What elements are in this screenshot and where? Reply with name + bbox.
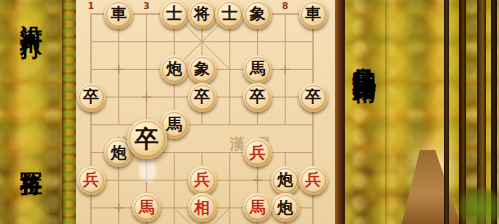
piece-red-pawn[interactable]: 兵 (188, 166, 217, 195)
piece-character: 車 (111, 6, 127, 22)
piece-black-cannon[interactable]: 炮 (271, 193, 300, 222)
piece-character: 車 (305, 6, 321, 22)
piece-character: 卒 (83, 89, 99, 105)
piece-character: 兵 (305, 172, 321, 188)
piece-character: 馬 (166, 117, 182, 133)
right-banner-text: 常见江湖骗招精 (350, 49, 381, 63)
piece-character: 兵 (83, 172, 99, 188)
piece-character: 象 (194, 61, 210, 77)
piece-black-cannon[interactable]: 炮 (160, 55, 189, 84)
piece-black-horse[interactable]: 馬 (243, 55, 272, 84)
piece-character: 象 (250, 6, 266, 22)
piece-black-king[interactable]: 将 (188, 0, 217, 29)
piece-black-pawn[interactable]: 卒 (299, 83, 328, 112)
piece-character: 炮 (166, 61, 182, 77)
piece-character: 炮 (111, 145, 127, 161)
piece-red-pawn[interactable]: 兵 (299, 166, 328, 195)
board-right-frame (335, 0, 345, 224)
move-ghost-marker (139, 156, 156, 182)
right-banner: 常见江湖骗招精 (345, 0, 385, 224)
piece-black-pawn[interactable]: 卒 (188, 83, 217, 112)
piece-character: 士 (222, 6, 238, 22)
piece-character: 炮 (277, 172, 293, 188)
piece-character: 兵 (194, 172, 210, 188)
tree-trunk (459, 0, 466, 224)
piece-character: 馬 (250, 200, 266, 216)
piece-black-cannon[interactable]: 炮 (271, 166, 300, 195)
piece-character: 卒 (194, 89, 210, 105)
xiangqi-board[interactable]: 楚河漢界 138 車士将士象車炮象馬卒卒卒卒馬卒炮炮炮兵兵兵兵馬相馬 (76, 0, 335, 224)
piece-character: 馬 (139, 200, 155, 216)
piece-character: 相 (194, 200, 210, 216)
piece-character: 将 (194, 6, 210, 22)
piece-black-elephant[interactable]: 象 (188, 55, 217, 84)
piece-black-pawn[interactable]: 卒 (127, 119, 167, 159)
piece-red-pawn[interactable]: 兵 (77, 166, 106, 195)
piece-red-pawn[interactable]: 兵 (243, 138, 272, 167)
tree-trunk (444, 0, 449, 224)
piece-black-pawn[interactable]: 卒 (243, 83, 272, 112)
left-banner-text-top: 沿河十八打 (16, 7, 46, 22)
piece-character: 馬 (250, 61, 266, 77)
piece-black-elephant[interactable]: 象 (243, 0, 272, 29)
left-banner: 沿河十八打 将军拉 (0, 0, 62, 224)
grass-patch (456, 188, 499, 224)
column-label-3: 3 (140, 1, 154, 11)
tree-trunk-left-strip (62, 0, 76, 224)
piece-black-rook[interactable]: 車 (299, 0, 328, 29)
piece-character: 士 (166, 6, 182, 22)
piece-character: 卒 (250, 89, 266, 105)
piece-black-pawn[interactable]: 卒 (77, 83, 106, 112)
column-label-1: 1 (84, 1, 98, 11)
piece-black-rook[interactable]: 車 (104, 0, 133, 29)
piece-character: 卒 (135, 127, 159, 151)
piece-red-elephant[interactable]: 相 (188, 193, 217, 222)
piece-character: 兵 (250, 145, 266, 161)
piece-black-advisor[interactable]: 士 (160, 0, 189, 29)
piece-character: 炮 (277, 200, 293, 216)
piece-black-advisor[interactable]: 士 (215, 0, 244, 29)
column-label-8: 8 (278, 1, 292, 11)
piece-character: 卒 (305, 89, 321, 105)
xiangqi-scene: 沿河十八打 将军拉 常见江湖骗招精 (0, 0, 499, 224)
